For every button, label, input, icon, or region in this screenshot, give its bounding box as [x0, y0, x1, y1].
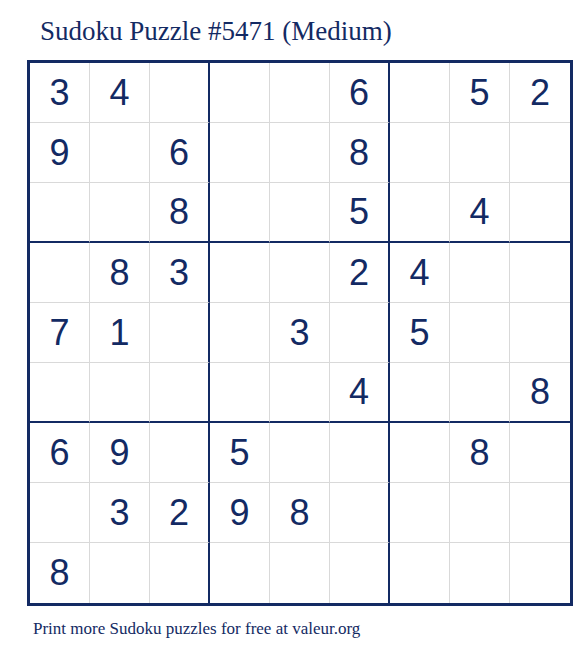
cell-r4c5	[270, 243, 330, 303]
cell-r5c7: 5	[390, 303, 450, 363]
footer-text: Print more Sudoku puzzles for free at va…	[33, 619, 574, 639]
cell-r1c9: 2	[510, 63, 570, 123]
cell-r5c2: 1	[90, 303, 150, 363]
cell-r7c6	[330, 423, 390, 483]
cell-r4c3: 3	[150, 243, 210, 303]
cell-r8c1	[30, 483, 90, 543]
cell-r4c8	[450, 243, 510, 303]
cell-r3c9	[510, 183, 570, 243]
cell-r1c4	[210, 63, 270, 123]
cell-r7c1: 6	[30, 423, 90, 483]
cell-r5c3	[150, 303, 210, 363]
cell-r7c4: 5	[210, 423, 270, 483]
puzzle-title: Sudoku Puzzle #5471 (Medium)	[40, 16, 574, 47]
cell-r5c6	[330, 303, 390, 363]
cell-r8c3: 2	[150, 483, 210, 543]
cell-r4c2: 8	[90, 243, 150, 303]
cell-r6c5	[270, 363, 330, 423]
cell-r8c9	[510, 483, 570, 543]
cell-r1c7	[390, 63, 450, 123]
cell-r6c2	[90, 363, 150, 423]
cell-r5c1: 7	[30, 303, 90, 363]
cell-r7c7	[390, 423, 450, 483]
cell-r2c4	[210, 123, 270, 183]
cell-r3c5	[270, 183, 330, 243]
cell-r9c1: 8	[30, 543, 90, 603]
cell-r8c6	[330, 483, 390, 543]
cell-r6c3	[150, 363, 210, 423]
cell-r7c3	[150, 423, 210, 483]
cell-r5c9	[510, 303, 570, 363]
sudoku-board: 346529688548324713548695832988	[27, 60, 573, 606]
cell-r6c9: 8	[510, 363, 570, 423]
cell-r2c1: 9	[30, 123, 90, 183]
cell-r2c9	[510, 123, 570, 183]
cell-r8c7	[390, 483, 450, 543]
cell-r7c2: 9	[90, 423, 150, 483]
cell-r1c1: 3	[30, 63, 90, 123]
cell-r1c3	[150, 63, 210, 123]
cell-r1c8: 5	[450, 63, 510, 123]
cell-r1c6: 6	[330, 63, 390, 123]
cell-r4c9	[510, 243, 570, 303]
cell-r6c8	[450, 363, 510, 423]
cell-r9c7	[390, 543, 450, 603]
cell-r8c4: 9	[210, 483, 270, 543]
cell-r8c2: 3	[90, 483, 150, 543]
cell-r9c2	[90, 543, 150, 603]
cell-r7c5	[270, 423, 330, 483]
page: Sudoku Puzzle #5471 (Medium) 34652968854…	[0, 0, 574, 651]
cell-r9c4	[210, 543, 270, 603]
cell-r8c8	[450, 483, 510, 543]
cell-r1c2: 4	[90, 63, 150, 123]
cell-r9c5	[270, 543, 330, 603]
cell-r9c8	[450, 543, 510, 603]
cell-r3c2	[90, 183, 150, 243]
cell-r2c6: 8	[330, 123, 390, 183]
cell-r2c5	[270, 123, 330, 183]
cell-r9c3	[150, 543, 210, 603]
cell-r2c7	[390, 123, 450, 183]
cell-r5c8	[450, 303, 510, 363]
cell-r3c3: 8	[150, 183, 210, 243]
cell-r4c1	[30, 243, 90, 303]
cell-r8c5: 8	[270, 483, 330, 543]
cell-r6c7	[390, 363, 450, 423]
cell-r3c1	[30, 183, 90, 243]
cell-r4c7: 4	[390, 243, 450, 303]
cell-r7c8: 8	[450, 423, 510, 483]
cell-r5c5: 3	[270, 303, 330, 363]
cell-r1c5	[270, 63, 330, 123]
cell-r3c8: 4	[450, 183, 510, 243]
cell-r3c6: 5	[330, 183, 390, 243]
cell-r2c8	[450, 123, 510, 183]
cell-r7c9	[510, 423, 570, 483]
cell-r4c4	[210, 243, 270, 303]
cell-r6c1	[30, 363, 90, 423]
cell-r9c9	[510, 543, 570, 603]
cell-r2c3: 6	[150, 123, 210, 183]
cell-r3c4	[210, 183, 270, 243]
cell-r4c6: 2	[330, 243, 390, 303]
cell-r6c4	[210, 363, 270, 423]
cell-r2c2	[90, 123, 150, 183]
cell-r3c7	[390, 183, 450, 243]
cell-r6c6: 4	[330, 363, 390, 423]
cell-r5c4	[210, 303, 270, 363]
cell-r9c6	[330, 543, 390, 603]
